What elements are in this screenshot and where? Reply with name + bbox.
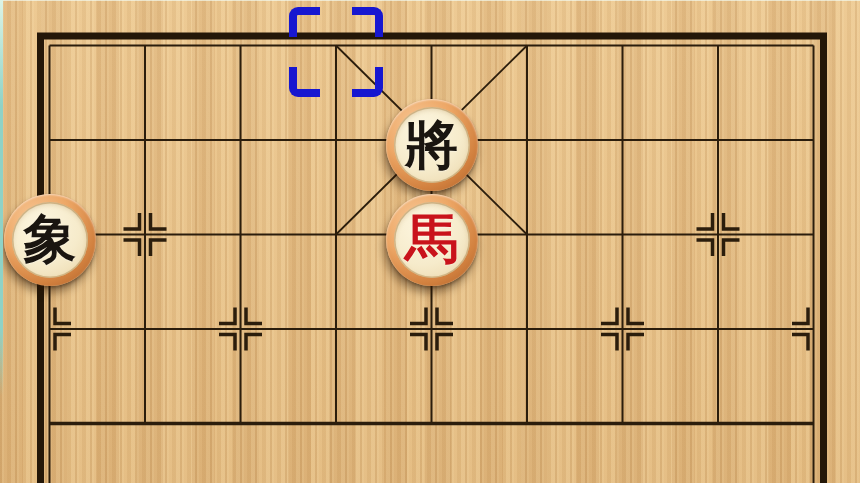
piece-character: 馬: [405, 212, 458, 265]
selection-corner-top-right-icon: [352, 7, 383, 37]
board-points-grid: 將馬象: [2, 0, 860, 471]
selection-marker: [289, 7, 383, 97]
piece-character: 象: [23, 212, 76, 265]
board-point: 馬: [384, 187, 480, 282]
screen-left-edge-strip: [0, 0, 3, 483]
board-point: 象: [2, 187, 98, 282]
screen-top-edge-line: [0, 0, 860, 1]
board-point: [288, 0, 384, 93]
piece-black-elephant[interactable]: 象: [4, 194, 96, 286]
board-point: 將: [384, 93, 480, 188]
piece-face: 象: [12, 202, 88, 278]
selection-corner-bottom-left-icon: [289, 67, 320, 97]
piece-face: 將: [394, 107, 470, 183]
selection-corner-top-left-icon: [289, 7, 320, 37]
piece-black-general[interactable]: 將: [386, 99, 478, 191]
piece-red-horse[interactable]: 馬: [386, 194, 478, 286]
xiangqi-board[interactable]: 將馬象: [0, 0, 860, 483]
piece-face: 馬: [394, 202, 470, 278]
selection-corner-bottom-right-icon: [352, 67, 383, 97]
piece-character: 將: [405, 118, 458, 171]
